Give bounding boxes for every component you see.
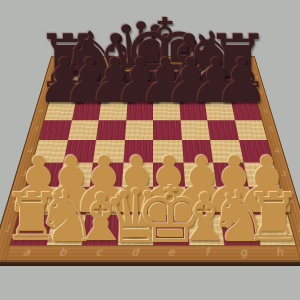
pieces-layer: ♜♞♝♛♚♝♞♜♟♟♟♟♟♟♟♟♟♟♟♟♟♟♟♟♜♞♝♛♚♝♞♜ (0, 0, 300, 300)
piece-black-pawn-h7[interactable]: ♟ (214, 50, 270, 112)
chess-scene: abcdefgh 87654321 87654321 ♜♞♝♛♚♝♞♜♟♟♟♟♟… (0, 0, 300, 300)
piece-white-rook-h1[interactable]: ♜ (244, 185, 300, 251)
